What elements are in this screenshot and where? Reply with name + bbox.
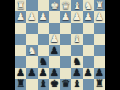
white-pawn[interactable]: ♟ (95, 11, 104, 21)
white-rook[interactable]: ♜ (95, 0, 104, 10)
black-rook[interactable]: ♜ (95, 79, 104, 89)
square-d8[interactable]: ♛ (60, 79, 71, 90)
chess-board: ♜♚♛♝♞♜♟♟♟♟♟♟♟♟♝♞♟♞♞♟♟♟♟♟♟♟♜♝♚♛♝♜ (15, 0, 105, 90)
square-d4[interactable] (60, 34, 71, 45)
black-pawn[interactable]: ♟ (84, 68, 93, 78)
white-knight[interactable]: ♞ (27, 45, 36, 55)
white-queen[interactable]: ♛ (61, 0, 70, 10)
white-bishop[interactable]: ♝ (72, 34, 81, 44)
square-b4[interactable] (83, 34, 94, 45)
square-d2[interactable]: ♟ (60, 11, 71, 22)
white-pawn[interactable]: ♟ (16, 11, 25, 21)
black-pawn[interactable]: ♟ (72, 68, 81, 78)
black-pawn[interactable]: ♟ (50, 68, 59, 78)
square-a4[interactable] (94, 34, 105, 45)
white-knight[interactable]: ♞ (84, 0, 93, 10)
white-pawn[interactable]: ♟ (39, 11, 48, 21)
square-g5[interactable]: ♞ (26, 45, 37, 56)
black-pawn[interactable]: ♟ (27, 68, 36, 78)
black-bishop[interactable]: ♝ (72, 79, 81, 89)
square-a2[interactable]: ♟ (94, 11, 105, 22)
square-f4[interactable] (38, 34, 49, 45)
black-knight[interactable]: ♞ (39, 56, 48, 66)
white-king[interactable]: ♚ (50, 0, 59, 10)
black-pawn[interactable]: ♟ (50, 45, 59, 55)
black-pawn[interactable]: ♟ (16, 68, 25, 78)
square-a8[interactable]: ♜ (94, 79, 105, 90)
square-h8[interactable]: ♜ (15, 79, 26, 90)
square-a3[interactable] (94, 23, 105, 34)
white-pawn[interactable]: ♟ (72, 11, 81, 21)
white-rook[interactable]: ♜ (16, 0, 25, 10)
square-d3[interactable] (60, 23, 71, 34)
square-a5[interactable] (94, 45, 105, 56)
white-pawn[interactable]: ♟ (27, 11, 36, 21)
square-h2[interactable]: ♟ (15, 11, 26, 22)
square-e1[interactable]: ♚ (49, 0, 60, 11)
square-g8[interactable] (26, 79, 37, 90)
square-d5[interactable] (60, 45, 71, 56)
square-b3[interactable] (83, 23, 94, 34)
square-g2[interactable]: ♟ (26, 11, 37, 22)
square-f8[interactable]: ♝ (38, 79, 49, 90)
square-f3[interactable] (38, 23, 49, 34)
black-pawn[interactable]: ♟ (39, 68, 48, 78)
square-b8[interactable] (83, 79, 94, 90)
black-knight[interactable]: ♞ (72, 56, 81, 66)
square-b7[interactable]: ♟ (83, 68, 94, 79)
white-pawn[interactable]: ♟ (84, 11, 93, 21)
square-d6[interactable] (60, 56, 71, 67)
chess-app-screen: ♜♚♛♝♞♜♟♟♟♟♟♟♟♟♝♞♟♞♞♟♟♟♟♟♟♟♜♝♚♛♝♜ (0, 0, 120, 90)
square-e5[interactable]: ♟ (49, 45, 60, 56)
square-c8[interactable]: ♝ (71, 79, 82, 90)
black-queen[interactable]: ♛ (61, 79, 70, 89)
white-pawn[interactable]: ♟ (61, 11, 70, 21)
white-pawn[interactable]: ♟ (50, 34, 59, 44)
square-b2[interactable]: ♟ (83, 11, 94, 22)
square-e8[interactable]: ♚ (49, 79, 60, 90)
white-bishop[interactable]: ♝ (72, 0, 81, 10)
black-bishop[interactable]: ♝ (39, 79, 48, 89)
square-e2[interactable] (49, 11, 60, 22)
square-g7[interactable]: ♟ (26, 68, 37, 79)
square-g3[interactable] (26, 23, 37, 34)
black-king[interactable]: ♚ (50, 79, 59, 89)
square-h5[interactable] (15, 45, 26, 56)
black-pawn[interactable]: ♟ (95, 68, 104, 78)
square-c4[interactable]: ♝ (71, 34, 82, 45)
square-f2[interactable]: ♟ (38, 11, 49, 22)
black-rook[interactable]: ♜ (16, 79, 25, 89)
square-b5[interactable] (83, 45, 94, 56)
square-h3[interactable] (15, 23, 26, 34)
square-h4[interactable] (15, 34, 26, 45)
square-c2[interactable]: ♟ (71, 11, 82, 22)
